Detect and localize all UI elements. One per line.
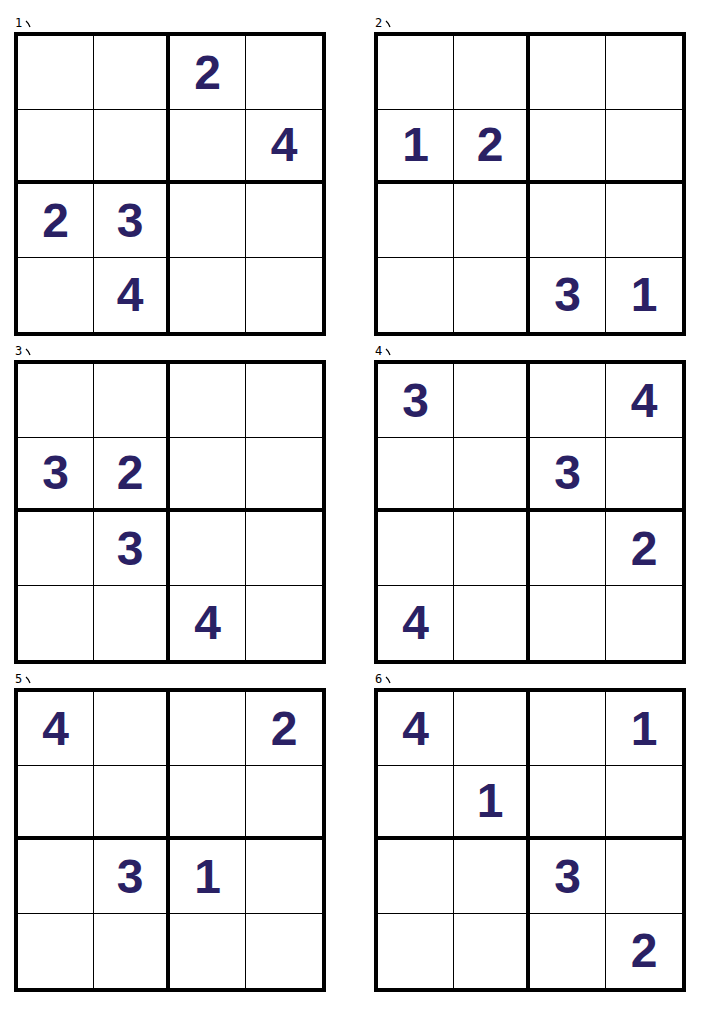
cell-r1c4: 4 — [606, 364, 682, 438]
ideographic-comma-icon — [25, 19, 32, 29]
cell-r4c1 — [18, 914, 94, 988]
cell-r1c1 — [18, 36, 94, 110]
puzzle-number: 6 — [375, 672, 382, 686]
cell-r2c1 — [378, 766, 454, 840]
cell-r1c4 — [246, 364, 322, 438]
cell-r1c3 — [170, 364, 246, 438]
puzzle-number: 5 — [15, 672, 22, 686]
cell-r3c3 — [530, 512, 606, 586]
cell-r2c3 — [170, 766, 246, 840]
cell-r4c2 — [454, 258, 530, 332]
puzzle-sheet: 1 24234 2 1231 3 3234 4 34324 5 — [0, 0, 719, 992]
cell-r3c1 — [378, 512, 454, 586]
cell-r2c1: 1 — [378, 110, 454, 184]
cell-r1c2 — [94, 692, 170, 766]
cell-r4c1 — [18, 586, 94, 660]
cell-r3c3 — [170, 512, 246, 586]
cell-r1c1 — [18, 364, 94, 438]
puzzle-4: 4 34324 — [374, 344, 686, 664]
worksheet-page: 1 24234 2 1231 3 3234 4 34324 5 — [0, 0, 719, 1017]
cell-r2c2 — [94, 766, 170, 840]
cell-r2c3 — [170, 438, 246, 512]
board-6: 41132 — [374, 688, 686, 992]
cell-r3c2: 3 — [94, 512, 170, 586]
cell-r1c1: 4 — [378, 692, 454, 766]
cell-r1c4 — [606, 36, 682, 110]
puzzle-number: 3 — [15, 344, 22, 358]
cell-r3c2: 3 — [94, 184, 170, 258]
cell-r4c2 — [94, 914, 170, 988]
cell-r2c2: 1 — [454, 766, 530, 840]
cell-r3c4 — [606, 840, 682, 914]
cell-r3c2 — [454, 840, 530, 914]
cell-r2c1 — [378, 438, 454, 512]
cell-r1c3 — [530, 36, 606, 110]
puzzle-5-label: 5 — [15, 672, 326, 686]
puzzle-6: 6 41132 — [374, 672, 686, 992]
cell-r4c4 — [606, 586, 682, 660]
cell-r3c3 — [530, 184, 606, 258]
cell-r2c1 — [18, 766, 94, 840]
cell-r4c2 — [94, 586, 170, 660]
cell-r2c4: 4 — [246, 110, 322, 184]
cell-r4c2 — [454, 914, 530, 988]
cell-r4c2: 4 — [94, 258, 170, 332]
cell-r3c3: 3 — [530, 840, 606, 914]
puzzle-3-label: 3 — [15, 344, 326, 358]
cell-r2c2 — [94, 110, 170, 184]
puzzle-number: 1 — [15, 16, 22, 30]
cell-r2c4 — [606, 438, 682, 512]
cell-r1c3 — [530, 692, 606, 766]
cell-r4c2 — [454, 586, 530, 660]
cell-r2c3 — [530, 110, 606, 184]
cell-r4c4 — [246, 914, 322, 988]
cell-r4c3: 4 — [170, 586, 246, 660]
cell-r2c4 — [606, 110, 682, 184]
cell-r3c2: 3 — [94, 840, 170, 914]
cell-r2c2: 2 — [454, 110, 530, 184]
cell-r4c3 — [530, 586, 606, 660]
cell-r1c2 — [454, 364, 530, 438]
cell-r4c4: 1 — [606, 258, 682, 332]
board-2: 1231 — [374, 32, 686, 336]
cell-r3c4: 2 — [606, 512, 682, 586]
cell-r2c2 — [454, 438, 530, 512]
puzzle-2-label: 2 — [375, 16, 686, 30]
cell-r1c1: 4 — [18, 692, 94, 766]
puzzle-3: 3 3234 — [14, 344, 326, 664]
cell-r4c1 — [378, 258, 454, 332]
puzzle-5: 5 4231 — [14, 672, 326, 992]
cell-r2c4 — [606, 766, 682, 840]
ideographic-comma-icon — [25, 675, 32, 685]
cell-r1c3 — [530, 364, 606, 438]
cell-r4c1 — [18, 258, 94, 332]
cell-r4c1 — [378, 914, 454, 988]
puzzle-4-label: 4 — [375, 344, 686, 358]
cell-r3c1 — [378, 840, 454, 914]
cell-r2c3 — [170, 110, 246, 184]
cell-r2c3 — [530, 766, 606, 840]
cell-r3c3: 1 — [170, 840, 246, 914]
cell-r1c2 — [454, 692, 530, 766]
cell-r4c4 — [246, 258, 322, 332]
cell-r3c3 — [170, 184, 246, 258]
board-3: 3234 — [14, 360, 326, 664]
cell-r3c1 — [18, 840, 94, 914]
puzzle-1-label: 1 — [15, 16, 326, 30]
cell-r1c2 — [94, 364, 170, 438]
cell-r1c2 — [94, 36, 170, 110]
puzzle-number: 2 — [375, 16, 382, 30]
cell-r3c2 — [454, 184, 530, 258]
puzzle-2: 2 1231 — [374, 16, 686, 336]
ideographic-comma-icon — [385, 19, 392, 29]
cell-r1c1: 3 — [378, 364, 454, 438]
cell-r1c3 — [170, 692, 246, 766]
cell-r4c3 — [530, 914, 606, 988]
puzzle-6-label: 6 — [375, 672, 686, 686]
cell-r3c2 — [454, 512, 530, 586]
cell-r2c2: 2 — [94, 438, 170, 512]
cell-r2c1 — [18, 110, 94, 184]
cell-r4c3 — [170, 258, 246, 332]
cell-r2c4 — [246, 766, 322, 840]
ideographic-comma-icon — [385, 347, 392, 357]
cell-r1c3: 2 — [170, 36, 246, 110]
cell-r3c1 — [378, 184, 454, 258]
cell-r1c4: 1 — [606, 692, 682, 766]
cell-r4c1: 4 — [378, 586, 454, 660]
cell-r3c4 — [246, 840, 322, 914]
cell-r1c4: 2 — [246, 692, 322, 766]
cell-r3c4 — [606, 184, 682, 258]
ideographic-comma-icon — [25, 347, 32, 357]
cell-r4c3 — [170, 914, 246, 988]
cell-r1c2 — [454, 36, 530, 110]
cell-r3c1: 2 — [18, 184, 94, 258]
board-5: 4231 — [14, 688, 326, 992]
ideographic-comma-icon — [385, 675, 392, 685]
cell-r2c3: 3 — [530, 438, 606, 512]
cell-r3c4 — [246, 184, 322, 258]
cell-r4c4 — [246, 586, 322, 660]
board-1: 24234 — [14, 32, 326, 336]
cell-r4c3: 3 — [530, 258, 606, 332]
cell-r2c4 — [246, 438, 322, 512]
cell-r4c4: 2 — [606, 914, 682, 988]
puzzle-1: 1 24234 — [14, 16, 326, 336]
cell-r1c1 — [378, 36, 454, 110]
puzzle-number: 4 — [375, 344, 382, 358]
cell-r3c1 — [18, 512, 94, 586]
cell-r1c4 — [246, 36, 322, 110]
cell-r3c4 — [246, 512, 322, 586]
cell-r2c1: 3 — [18, 438, 94, 512]
board-4: 34324 — [374, 360, 686, 664]
